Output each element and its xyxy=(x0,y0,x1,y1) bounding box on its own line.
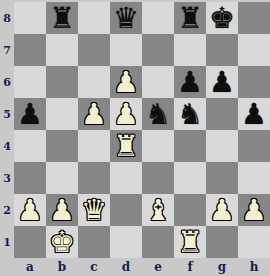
square-b6[interactable] xyxy=(46,66,78,98)
square-a1[interactable] xyxy=(14,226,46,258)
file-labels: abcdefgh xyxy=(14,258,270,276)
piece-black-rook[interactable]: ♜ xyxy=(49,2,75,34)
square-a4[interactable] xyxy=(14,130,46,162)
piece-black-pawn[interactable]: ♟ xyxy=(209,66,235,98)
rank-label-5: 5 xyxy=(0,98,14,130)
square-b3[interactable] xyxy=(46,162,78,194)
square-d8[interactable]: ♛ xyxy=(110,2,142,34)
square-d5[interactable]: ♟ xyxy=(110,98,142,130)
square-g4[interactable] xyxy=(206,130,238,162)
square-a5[interactable]: ♟ xyxy=(14,98,46,130)
square-e5[interactable]: ♞ xyxy=(142,98,174,130)
square-h4[interactable] xyxy=(238,130,270,162)
piece-black-king[interactable]: ♚ xyxy=(209,2,235,34)
piece-black-pawn[interactable]: ♟ xyxy=(241,98,267,130)
rank-label-6: 6 xyxy=(0,66,14,98)
square-f5[interactable]: ♞ xyxy=(174,98,206,130)
square-g8[interactable]: ♚ xyxy=(206,2,238,34)
square-b2[interactable]: ♟ xyxy=(46,194,78,226)
chess-diagram: 87654321 ♜♛♜♚♟♟♟♟♟♟♞♞♟♜♟♟♛♝♟♟♚♜ abcdefgh xyxy=(0,0,270,276)
square-d2[interactable] xyxy=(110,194,142,226)
square-g3[interactable] xyxy=(206,162,238,194)
piece-black-pawn[interactable]: ♟ xyxy=(177,66,203,98)
square-e2[interactable]: ♝ xyxy=(142,194,174,226)
square-d1[interactable] xyxy=(110,226,142,258)
square-c7[interactable] xyxy=(78,34,110,66)
piece-white-pawn[interactable]: ♟ xyxy=(113,66,139,98)
square-a8[interactable] xyxy=(14,2,46,34)
piece-white-pawn[interactable]: ♟ xyxy=(81,98,107,130)
piece-white-pawn[interactable]: ♟ xyxy=(17,194,43,226)
piece-white-rook[interactable]: ♜ xyxy=(177,226,203,258)
square-d7[interactable] xyxy=(110,34,142,66)
square-e3[interactable] xyxy=(142,162,174,194)
rank-labels: 87654321 xyxy=(0,2,14,258)
rank-label-1: 1 xyxy=(0,226,14,258)
square-f8[interactable]: ♜ xyxy=(174,2,206,34)
square-g7[interactable] xyxy=(206,34,238,66)
square-a7[interactable] xyxy=(14,34,46,66)
square-c2[interactable]: ♛ xyxy=(78,194,110,226)
file-label-f: f xyxy=(174,258,206,276)
file-label-h: h xyxy=(238,258,270,276)
square-d4[interactable]: ♜ xyxy=(110,130,142,162)
piece-white-king[interactable]: ♚ xyxy=(49,226,75,258)
file-label-g: g xyxy=(206,258,238,276)
square-g1[interactable] xyxy=(206,226,238,258)
piece-white-rook[interactable]: ♜ xyxy=(113,130,139,162)
piece-black-knight[interactable]: ♞ xyxy=(177,98,203,130)
square-e6[interactable] xyxy=(142,66,174,98)
square-h3[interactable] xyxy=(238,162,270,194)
square-b1[interactable]: ♚ xyxy=(46,226,78,258)
square-h7[interactable] xyxy=(238,34,270,66)
piece-white-pawn[interactable]: ♟ xyxy=(113,98,139,130)
square-e8[interactable] xyxy=(142,2,174,34)
rank-label-4: 4 xyxy=(0,130,14,162)
file-label-a: a xyxy=(14,258,46,276)
square-f4[interactable] xyxy=(174,130,206,162)
square-e4[interactable] xyxy=(142,130,174,162)
rank-label-3: 3 xyxy=(0,162,14,194)
square-h2[interactable]: ♟ xyxy=(238,194,270,226)
rank-label-7: 7 xyxy=(0,34,14,66)
file-label-b: b xyxy=(46,258,78,276)
square-g5[interactable] xyxy=(206,98,238,130)
square-h5[interactable]: ♟ xyxy=(238,98,270,130)
square-b4[interactable] xyxy=(46,130,78,162)
square-g2[interactable]: ♟ xyxy=(206,194,238,226)
rank-label-2: 2 xyxy=(0,194,14,226)
piece-black-knight[interactable]: ♞ xyxy=(145,98,171,130)
piece-white-pawn[interactable]: ♟ xyxy=(49,194,75,226)
piece-white-pawn[interactable]: ♟ xyxy=(241,194,267,226)
square-f6[interactable]: ♟ xyxy=(174,66,206,98)
square-c8[interactable] xyxy=(78,2,110,34)
square-c4[interactable] xyxy=(78,130,110,162)
piece-white-pawn[interactable]: ♟ xyxy=(209,194,235,226)
chess-board: ♜♛♜♚♟♟♟♟♟♟♞♞♟♜♟♟♛♝♟♟♚♜ xyxy=(14,2,270,258)
piece-black-pawn[interactable]: ♟ xyxy=(17,98,43,130)
square-b8[interactable]: ♜ xyxy=(46,2,78,34)
piece-black-rook[interactable]: ♜ xyxy=(177,2,203,34)
square-c1[interactable] xyxy=(78,226,110,258)
square-f7[interactable] xyxy=(174,34,206,66)
square-c6[interactable] xyxy=(78,66,110,98)
square-f2[interactable] xyxy=(174,194,206,226)
square-d6[interactable]: ♟ xyxy=(110,66,142,98)
square-e7[interactable] xyxy=(142,34,174,66)
square-h6[interactable] xyxy=(238,66,270,98)
square-f1[interactable]: ♜ xyxy=(174,226,206,258)
file-label-c: c xyxy=(78,258,110,276)
square-a6[interactable] xyxy=(14,66,46,98)
square-d3[interactable] xyxy=(110,162,142,194)
square-e1[interactable] xyxy=(142,226,174,258)
square-b7[interactable] xyxy=(46,34,78,66)
square-a2[interactable]: ♟ xyxy=(14,194,46,226)
square-g6[interactable]: ♟ xyxy=(206,66,238,98)
square-b5[interactable] xyxy=(46,98,78,130)
square-c5[interactable]: ♟ xyxy=(78,98,110,130)
file-label-e: e xyxy=(142,258,174,276)
square-f3[interactable] xyxy=(174,162,206,194)
file-label-d: d xyxy=(110,258,142,276)
square-h8[interactable] xyxy=(238,2,270,34)
piece-white-queen[interactable]: ♛ xyxy=(81,194,107,226)
square-c3[interactable] xyxy=(78,162,110,194)
rank-label-8: 8 xyxy=(0,2,14,34)
square-h1[interactable] xyxy=(238,226,270,258)
piece-white-bishop[interactable]: ♝ xyxy=(145,194,171,226)
piece-black-queen[interactable]: ♛ xyxy=(113,2,139,34)
square-a3[interactable] xyxy=(14,162,46,194)
